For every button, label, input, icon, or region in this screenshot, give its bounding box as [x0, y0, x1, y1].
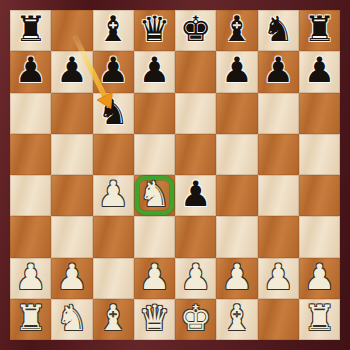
white-pawn-piece: ♟: [97, 177, 128, 212]
white-pawn-piece: ♟: [221, 260, 252, 295]
square-g5[interactable]: [258, 134, 299, 175]
white-king-piece: ♚: [180, 301, 211, 336]
square-e3[interactable]: [175, 216, 216, 257]
square-g4[interactable]: [258, 175, 299, 216]
white-bishop-piece: ♝: [97, 301, 128, 336]
square-c7[interactable]: ♟: [93, 51, 134, 92]
white-knight-piece: ♞: [56, 301, 87, 336]
square-a2[interactable]: ♟: [10, 258, 51, 299]
white-rook-piece: ♜: [304, 301, 335, 336]
square-h6[interactable]: [299, 93, 340, 134]
square-d5[interactable]: [134, 134, 175, 175]
black-bishop-piece: ♝: [221, 12, 252, 47]
square-c8[interactable]: ♝: [93, 10, 134, 51]
square-c3[interactable]: [93, 216, 134, 257]
square-g6[interactable]: [258, 93, 299, 134]
black-king-piece: ♚: [180, 12, 211, 47]
square-f5[interactable]: [216, 134, 257, 175]
square-b8[interactable]: [51, 10, 92, 51]
square-c1[interactable]: ♝: [93, 299, 134, 340]
white-pawn-piece: ♟: [56, 260, 87, 295]
square-f7[interactable]: ♟: [216, 51, 257, 92]
square-a1[interactable]: ♜: [10, 299, 51, 340]
square-f6[interactable]: [216, 93, 257, 134]
white-pawn-piece: ♟: [304, 260, 335, 295]
black-pawn-piece: ♟: [304, 53, 335, 88]
black-pawn-piece: ♟: [15, 53, 46, 88]
white-pawn-piece: ♟: [15, 260, 46, 295]
square-d1[interactable]: ♛: [134, 299, 175, 340]
white-rook-piece: ♜: [15, 301, 46, 336]
square-b3[interactable]: [51, 216, 92, 257]
square-d3[interactable]: [134, 216, 175, 257]
white-bishop-piece: ♝: [221, 301, 252, 336]
square-c6[interactable]: ♞: [93, 93, 134, 134]
square-c5[interactable]: [93, 134, 134, 175]
square-e8[interactable]: ♚: [175, 10, 216, 51]
white-pawn-piece: ♟: [139, 260, 170, 295]
square-a6[interactable]: [10, 93, 51, 134]
square-g8[interactable]: ♞: [258, 10, 299, 51]
square-b6[interactable]: [51, 93, 92, 134]
square-g1[interactable]: [258, 299, 299, 340]
square-e2[interactable]: ♟: [175, 258, 216, 299]
black-pawn-piece: ♟: [262, 53, 293, 88]
square-h2[interactable]: ♟: [299, 258, 340, 299]
square-d2[interactable]: ♟: [134, 258, 175, 299]
white-pawn-piece: ♟: [180, 260, 211, 295]
square-b4[interactable]: [51, 175, 92, 216]
square-g7[interactable]: ♟: [258, 51, 299, 92]
black-bishop-piece: ♝: [97, 12, 128, 47]
square-d4[interactable]: ♞: [134, 175, 175, 216]
black-pawn-piece: ♟: [221, 53, 252, 88]
chess-board: ♜♝♛♚♝♞♜♟♟♟♟♟♟♟♞♟♞♟♟♟♟♟♟♟♟♜♞♝♛♚♝♜: [10, 10, 340, 340]
square-b7[interactable]: ♟: [51, 51, 92, 92]
black-queen-piece: ♛: [139, 12, 170, 47]
square-h5[interactable]: [299, 134, 340, 175]
square-f4[interactable]: [216, 175, 257, 216]
square-e5[interactable]: [175, 134, 216, 175]
square-h7[interactable]: ♟: [299, 51, 340, 92]
square-a8[interactable]: ♜: [10, 10, 51, 51]
chess-board-frame: ♜♝♛♚♝♞♜♟♟♟♟♟♟♟♞♟♞♟♟♟♟♟♟♟♟♜♞♝♛♚♝♜: [0, 0, 350, 350]
black-rook-piece: ♜: [15, 12, 46, 47]
square-a7[interactable]: ♟: [10, 51, 51, 92]
square-c2[interactable]: [93, 258, 134, 299]
square-b5[interactable]: [51, 134, 92, 175]
black-pawn-piece: ♟: [56, 53, 87, 88]
square-h4[interactable]: [299, 175, 340, 216]
square-g2[interactable]: ♟: [258, 258, 299, 299]
black-rook-piece: ♜: [304, 12, 335, 47]
black-pawn-piece: ♟: [180, 177, 211, 212]
black-knight-piece: ♞: [97, 95, 128, 130]
square-e1[interactable]: ♚: [175, 299, 216, 340]
black-pawn-piece: ♟: [139, 53, 170, 88]
square-d8[interactable]: ♛: [134, 10, 175, 51]
white-queen-piece: ♛: [139, 301, 170, 336]
square-f1[interactable]: ♝: [216, 299, 257, 340]
square-h3[interactable]: [299, 216, 340, 257]
white-pawn-piece: ♟: [262, 260, 293, 295]
black-knight-piece: ♞: [262, 12, 293, 47]
black-pawn-piece: ♟: [97, 53, 128, 88]
square-a3[interactable]: [10, 216, 51, 257]
square-e6[interactable]: [175, 93, 216, 134]
square-f3[interactable]: [216, 216, 257, 257]
square-a5[interactable]: [10, 134, 51, 175]
square-f2[interactable]: ♟: [216, 258, 257, 299]
square-b2[interactable]: ♟: [51, 258, 92, 299]
square-d6[interactable]: [134, 93, 175, 134]
white-knight-piece: ♞: [139, 177, 170, 212]
square-a4[interactable]: [10, 175, 51, 216]
square-b1[interactable]: ♞: [51, 299, 92, 340]
square-h8[interactable]: ♜: [299, 10, 340, 51]
square-g3[interactable]: [258, 216, 299, 257]
square-d7[interactable]: ♟: [134, 51, 175, 92]
square-e7[interactable]: [175, 51, 216, 92]
square-f8[interactable]: ♝: [216, 10, 257, 51]
square-h1[interactable]: ♜: [299, 299, 340, 340]
square-c4[interactable]: ♟: [93, 175, 134, 216]
square-e4[interactable]: ♟: [175, 175, 216, 216]
